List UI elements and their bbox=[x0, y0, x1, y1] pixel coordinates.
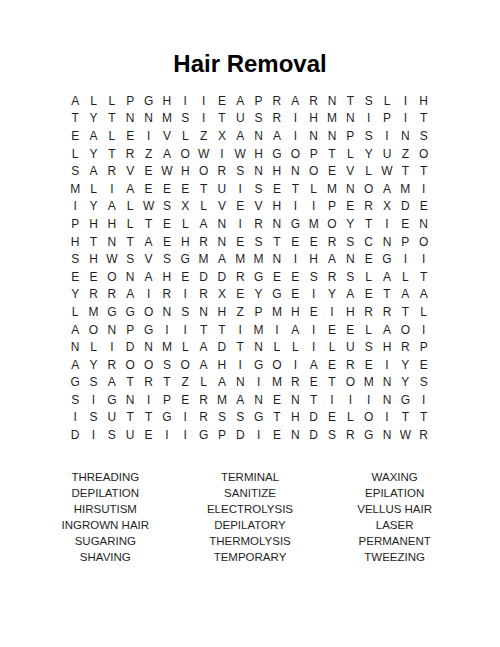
grid-cell-r13c3[interactable]: G bbox=[103, 303, 121, 321]
grid-cell-r16c11[interactable]: G bbox=[249, 356, 267, 374]
grid-cell-r12c20[interactable]: A bbox=[415, 286, 433, 304]
grid-cell-r20c3[interactable]: S bbox=[103, 426, 121, 444]
grid-cell-r10c8[interactable]: M bbox=[194, 250, 212, 268]
grid-cell-r3c17[interactable]: S bbox=[360, 127, 378, 145]
grid-cell-r5c17[interactable]: L bbox=[360, 162, 378, 180]
grid-cell-r18c15[interactable]: I bbox=[323, 391, 341, 409]
grid-cell-r16c6[interactable]: S bbox=[158, 356, 176, 374]
grid-cell-r14c10[interactable]: I bbox=[231, 321, 249, 339]
grid-cell-r12c17[interactable]: E bbox=[360, 286, 378, 304]
grid-cell-r20c10[interactable]: D bbox=[231, 426, 249, 444]
grid-cell-r5c8[interactable]: O bbox=[194, 162, 212, 180]
grid-cell-r19c1[interactable]: I bbox=[66, 409, 84, 427]
grid-cell-r6c4[interactable]: A bbox=[121, 180, 139, 198]
grid-cell-r4c19[interactable]: Z bbox=[396, 145, 414, 163]
grid-cell-r2c17[interactable]: I bbox=[360, 110, 378, 128]
grid-cell-r10c13[interactable]: I bbox=[286, 250, 304, 268]
grid-cell-r4c10[interactable]: W bbox=[231, 145, 249, 163]
grid-cell-r14c13[interactable]: A bbox=[286, 321, 304, 339]
grid-cell-r3c14[interactable]: N bbox=[304, 127, 322, 145]
grid-cell-r20c18[interactable]: N bbox=[378, 426, 396, 444]
grid-cell-r9c12[interactable]: T bbox=[268, 233, 286, 251]
grid-cell-r17c4[interactable]: T bbox=[121, 374, 139, 392]
grid-cell-r7c20[interactable]: E bbox=[415, 198, 433, 216]
grid-cell-r8c18[interactable]: I bbox=[378, 215, 396, 233]
grid-cell-r3c4[interactable]: E bbox=[121, 127, 139, 145]
grid-cell-r1c9[interactable]: E bbox=[213, 92, 231, 110]
grid-cell-r2c13[interactable]: I bbox=[286, 110, 304, 128]
grid-cell-r17c6[interactable]: T bbox=[158, 374, 176, 392]
grid-cell-r17c20[interactable]: S bbox=[415, 374, 433, 392]
grid-cell-r7c13[interactable]: I bbox=[286, 198, 304, 216]
grid-cell-r4c12[interactable]: G bbox=[268, 145, 286, 163]
grid-cell-r19c17[interactable]: O bbox=[360, 409, 378, 427]
grid-cell-r10c20[interactable]: I bbox=[415, 250, 433, 268]
grid-cell-r13c17[interactable]: R bbox=[360, 303, 378, 321]
grid-cell-r18c4[interactable]: N bbox=[121, 391, 139, 409]
grid-cell-r9c15[interactable]: R bbox=[323, 233, 341, 251]
grid-cell-r18c7[interactable]: E bbox=[176, 391, 194, 409]
grid-cell-r3c19[interactable]: N bbox=[396, 127, 414, 145]
grid-cell-r8c7[interactable]: L bbox=[176, 215, 194, 233]
grid-cell-r17c7[interactable]: Z bbox=[176, 374, 194, 392]
grid-cell-r4c1[interactable]: L bbox=[66, 145, 84, 163]
grid-cell-r5c4[interactable]: V bbox=[121, 162, 139, 180]
grid-cell-r6c9[interactable]: U bbox=[213, 180, 231, 198]
grid-cell-r7c17[interactable]: R bbox=[360, 198, 378, 216]
grid-cell-r15c12[interactable]: L bbox=[268, 338, 286, 356]
grid-cell-r6c19[interactable]: M bbox=[396, 180, 414, 198]
grid-cell-r17c2[interactable]: S bbox=[84, 374, 102, 392]
grid-cell-r5c2[interactable]: A bbox=[84, 162, 102, 180]
grid-cell-r14c7[interactable]: I bbox=[176, 321, 194, 339]
grid-cell-r18c10[interactable]: A bbox=[231, 391, 249, 409]
grid-cell-r8c2[interactable]: H bbox=[84, 215, 102, 233]
grid-cell-r9c17[interactable]: C bbox=[360, 233, 378, 251]
grid-cell-r7c16[interactable]: E bbox=[341, 198, 359, 216]
grid-cell-r2c11[interactable]: S bbox=[249, 110, 267, 128]
grid-cell-r8c15[interactable]: O bbox=[323, 215, 341, 233]
grid-cell-r17c18[interactable]: N bbox=[378, 374, 396, 392]
grid-cell-r2c18[interactable]: P bbox=[378, 110, 396, 128]
grid-cell-r2c5[interactable]: N bbox=[139, 110, 157, 128]
grid-cell-r2c3[interactable]: T bbox=[103, 110, 121, 128]
grid-cell-r20c9[interactable]: P bbox=[213, 426, 231, 444]
grid-cell-r15c11[interactable]: N bbox=[249, 338, 267, 356]
grid-cell-r16c17[interactable]: E bbox=[360, 356, 378, 374]
grid-cell-r7c12[interactable]: H bbox=[268, 198, 286, 216]
grid-cell-r8c20[interactable]: N bbox=[415, 215, 433, 233]
grid-cell-r10c16[interactable]: N bbox=[341, 250, 359, 268]
grid-cell-r1c5[interactable]: G bbox=[139, 92, 157, 110]
grid-cell-r6c20[interactable]: I bbox=[415, 180, 433, 198]
grid-cell-r15c5[interactable]: N bbox=[139, 338, 157, 356]
grid-cell-r14c11[interactable]: M bbox=[249, 321, 267, 339]
grid-cell-r9c3[interactable]: N bbox=[103, 233, 121, 251]
grid-cell-r4c11[interactable]: H bbox=[249, 145, 267, 163]
grid-cell-r15c10[interactable]: T bbox=[231, 338, 249, 356]
grid-cell-r5c18[interactable]: W bbox=[378, 162, 396, 180]
grid-cell-r3c18[interactable]: I bbox=[378, 127, 396, 145]
grid-cell-r9c19[interactable]: P bbox=[396, 233, 414, 251]
grid-cell-r1c14[interactable]: R bbox=[304, 92, 322, 110]
grid-cell-r17c19[interactable]: Y bbox=[396, 374, 414, 392]
grid-cell-r9c8[interactable]: R bbox=[194, 233, 212, 251]
grid-cell-r4c13[interactable]: O bbox=[286, 145, 304, 163]
grid-cell-r17c12[interactable]: M bbox=[268, 374, 286, 392]
grid-cell-r1c11[interactable]: P bbox=[249, 92, 267, 110]
grid-cell-r17c1[interactable]: G bbox=[66, 374, 84, 392]
grid-cell-r6c2[interactable]: L bbox=[84, 180, 102, 198]
grid-cell-r9c6[interactable]: E bbox=[158, 233, 176, 251]
grid-cell-r10c17[interactable]: E bbox=[360, 250, 378, 268]
grid-cell-r6c14[interactable]: L bbox=[304, 180, 322, 198]
grid-cell-r18c2[interactable]: I bbox=[84, 391, 102, 409]
grid-cell-r10c15[interactable]: A bbox=[323, 250, 341, 268]
grid-cell-r3c15[interactable]: N bbox=[323, 127, 341, 145]
grid-cell-r7c10[interactable]: E bbox=[231, 198, 249, 216]
grid-cell-r13c11[interactable]: P bbox=[249, 303, 267, 321]
grid-cell-r11c1[interactable]: E bbox=[66, 268, 84, 286]
grid-cell-r14c19[interactable]: O bbox=[396, 321, 414, 339]
grid-cell-r14c4[interactable]: P bbox=[121, 321, 139, 339]
grid-cell-r6c12[interactable]: E bbox=[268, 180, 286, 198]
grid-cell-r18c3[interactable]: G bbox=[103, 391, 121, 409]
grid-cell-r8c9[interactable]: N bbox=[213, 215, 231, 233]
grid-cell-r18c13[interactable]: N bbox=[286, 391, 304, 409]
grid-cell-r16c14[interactable]: A bbox=[304, 356, 322, 374]
grid-cell-r14c20[interactable]: I bbox=[415, 321, 433, 339]
grid-cell-r11c14[interactable]: S bbox=[304, 268, 322, 286]
grid-cell-r10c11[interactable]: M bbox=[249, 250, 267, 268]
grid-cell-r10c19[interactable]: I bbox=[396, 250, 414, 268]
grid-cell-r19c20[interactable]: T bbox=[415, 409, 433, 427]
grid-cell-r15c14[interactable]: I bbox=[304, 338, 322, 356]
grid-cell-r8c14[interactable]: M bbox=[304, 215, 322, 233]
grid-cell-r11c12[interactable]: E bbox=[268, 268, 286, 286]
grid-cell-r4c7[interactable]: O bbox=[176, 145, 194, 163]
grid-cell-r1c12[interactable]: R bbox=[268, 92, 286, 110]
grid-cell-r2c15[interactable]: M bbox=[323, 110, 341, 128]
grid-cell-r2c6[interactable]: M bbox=[158, 110, 176, 128]
grid-cell-r11c15[interactable]: R bbox=[323, 268, 341, 286]
grid-cell-r9c1[interactable]: H bbox=[66, 233, 84, 251]
grid-cell-r18c18[interactable]: N bbox=[378, 391, 396, 409]
grid-cell-r12c16[interactable]: A bbox=[341, 286, 359, 304]
grid-cell-r8c16[interactable]: Y bbox=[341, 215, 359, 233]
grid-cell-r17c17[interactable]: M bbox=[360, 374, 378, 392]
grid-cell-r7c7[interactable]: X bbox=[176, 198, 194, 216]
grid-cell-r18c14[interactable]: T bbox=[304, 391, 322, 409]
grid-cell-r20c5[interactable]: E bbox=[139, 426, 157, 444]
grid-cell-r6c16[interactable]: N bbox=[341, 180, 359, 198]
grid-cell-r16c2[interactable]: Y bbox=[84, 356, 102, 374]
grid-cell-r8c1[interactable]: P bbox=[66, 215, 84, 233]
grid-cell-r8c17[interactable]: T bbox=[360, 215, 378, 233]
grid-cell-r20c6[interactable]: I bbox=[158, 426, 176, 444]
grid-cell-r19c18[interactable]: I bbox=[378, 409, 396, 427]
grid-cell-r14c8[interactable]: T bbox=[194, 321, 212, 339]
grid-cell-r3c1[interactable]: E bbox=[66, 127, 84, 145]
grid-cell-r19c6[interactable]: G bbox=[158, 409, 176, 427]
grid-cell-r20c14[interactable]: D bbox=[304, 426, 322, 444]
grid-cell-r16c4[interactable]: O bbox=[121, 356, 139, 374]
grid-cell-r15c2[interactable]: L bbox=[84, 338, 102, 356]
grid-cell-r7c9[interactable]: V bbox=[213, 198, 231, 216]
grid-cell-r2c8[interactable]: I bbox=[194, 110, 212, 128]
grid-cell-r16c20[interactable]: E bbox=[415, 356, 433, 374]
grid-cell-r10c1[interactable]: S bbox=[66, 250, 84, 268]
grid-cell-r5c10[interactable]: S bbox=[231, 162, 249, 180]
grid-cell-r4c18[interactable]: U bbox=[378, 145, 396, 163]
grid-cell-r4c15[interactable]: T bbox=[323, 145, 341, 163]
grid-cell-r1c10[interactable]: A bbox=[231, 92, 249, 110]
grid-cell-r5c12[interactable]: H bbox=[268, 162, 286, 180]
grid-cell-r11c13[interactable]: E bbox=[286, 268, 304, 286]
grid-cell-r20c15[interactable]: S bbox=[323, 426, 341, 444]
grid-cell-r8c10[interactable]: I bbox=[231, 215, 249, 233]
grid-cell-r3c16[interactable]: P bbox=[341, 127, 359, 145]
grid-cell-r19c19[interactable]: T bbox=[396, 409, 414, 427]
grid-cell-r7c1[interactable]: I bbox=[66, 198, 84, 216]
grid-cell-r14c5[interactable]: G bbox=[139, 321, 157, 339]
grid-cell-r5c13[interactable]: N bbox=[286, 162, 304, 180]
grid-cell-r11c6[interactable]: H bbox=[158, 268, 176, 286]
grid-cell-r3c5[interactable]: I bbox=[139, 127, 157, 145]
grid-cell-r10c4[interactable]: S bbox=[121, 250, 139, 268]
grid-cell-r17c5[interactable]: R bbox=[139, 374, 157, 392]
grid-cell-r2c14[interactable]: H bbox=[304, 110, 322, 128]
grid-cell-r16c1[interactable]: A bbox=[66, 356, 84, 374]
grid-cell-r2c20[interactable]: T bbox=[415, 110, 433, 128]
grid-cell-r14c2[interactable]: O bbox=[84, 321, 102, 339]
grid-cell-r13c16[interactable]: H bbox=[341, 303, 359, 321]
grid-cell-r12c6[interactable]: R bbox=[158, 286, 176, 304]
grid-cell-r15c8[interactable]: A bbox=[194, 338, 212, 356]
grid-cell-r12c9[interactable]: X bbox=[213, 286, 231, 304]
grid-cell-r1c7[interactable]: I bbox=[176, 92, 194, 110]
grid-cell-r14c1[interactable]: A bbox=[66, 321, 84, 339]
grid-cell-r17c11[interactable]: I bbox=[249, 374, 267, 392]
grid-cell-r13c12[interactable]: M bbox=[268, 303, 286, 321]
grid-cell-r13c4[interactable]: G bbox=[121, 303, 139, 321]
grid-cell-r16c18[interactable]: I bbox=[378, 356, 396, 374]
grid-cell-r13c1[interactable]: L bbox=[66, 303, 84, 321]
grid-cell-r20c16[interactable]: R bbox=[341, 426, 359, 444]
grid-cell-r11c4[interactable]: N bbox=[121, 268, 139, 286]
grid-cell-r13c14[interactable]: E bbox=[304, 303, 322, 321]
grid-cell-r20c12[interactable]: E bbox=[268, 426, 286, 444]
grid-cell-r18c9[interactable]: M bbox=[213, 391, 231, 409]
grid-cell-r16c10[interactable]: I bbox=[231, 356, 249, 374]
grid-cell-r14c3[interactable]: N bbox=[103, 321, 121, 339]
grid-cell-r8c4[interactable]: L bbox=[121, 215, 139, 233]
grid-cell-r20c13[interactable]: N bbox=[286, 426, 304, 444]
grid-cell-r6c3[interactable]: I bbox=[103, 180, 121, 198]
grid-cell-r11c9[interactable]: D bbox=[213, 268, 231, 286]
grid-cell-r15c17[interactable]: S bbox=[360, 338, 378, 356]
grid-cell-r13c18[interactable]: R bbox=[378, 303, 396, 321]
grid-cell-r18c19[interactable]: G bbox=[396, 391, 414, 409]
grid-cell-r10c14[interactable]: H bbox=[304, 250, 322, 268]
grid-cell-r16c12[interactable]: O bbox=[268, 356, 286, 374]
grid-cell-r19c12[interactable]: T bbox=[268, 409, 286, 427]
grid-cell-r12c18[interactable]: T bbox=[378, 286, 396, 304]
grid-cell-r16c19[interactable]: Y bbox=[396, 356, 414, 374]
grid-cell-r14c9[interactable]: T bbox=[213, 321, 231, 339]
grid-cell-r17c10[interactable]: N bbox=[231, 374, 249, 392]
grid-cell-r11c20[interactable]: T bbox=[415, 268, 433, 286]
grid-cell-r8c8[interactable]: A bbox=[194, 215, 212, 233]
grid-cell-r4c4[interactable]: R bbox=[121, 145, 139, 163]
grid-cell-r14c14[interactable]: I bbox=[304, 321, 322, 339]
grid-cell-r19c16[interactable]: L bbox=[341, 409, 359, 427]
grid-cell-r4c8[interactable]: W bbox=[194, 145, 212, 163]
grid-cell-r17c16[interactable]: O bbox=[341, 374, 359, 392]
grid-cell-r3c3[interactable]: L bbox=[103, 127, 121, 145]
grid-cell-r19c5[interactable]: T bbox=[139, 409, 157, 427]
grid-cell-r18c12[interactable]: E bbox=[268, 391, 286, 409]
grid-cell-r20c11[interactable]: I bbox=[249, 426, 267, 444]
grid-cell-r15c9[interactable]: D bbox=[213, 338, 231, 356]
grid-cell-r14c6[interactable]: I bbox=[158, 321, 176, 339]
grid-cell-r9c16[interactable]: S bbox=[341, 233, 359, 251]
grid-cell-r11c16[interactable]: S bbox=[341, 268, 359, 286]
grid-cell-r1c1[interactable]: A bbox=[66, 92, 84, 110]
grid-cell-r5c20[interactable]: T bbox=[415, 162, 433, 180]
grid-cell-r15c3[interactable]: I bbox=[103, 338, 121, 356]
grid-cell-r11c18[interactable]: A bbox=[378, 268, 396, 286]
grid-cell-r15c18[interactable]: H bbox=[378, 338, 396, 356]
grid-cell-r11c5[interactable]: A bbox=[139, 268, 157, 286]
grid-cell-r12c14[interactable]: I bbox=[304, 286, 322, 304]
grid-cell-r19c14[interactable]: D bbox=[304, 409, 322, 427]
grid-cell-r12c12[interactable]: G bbox=[268, 286, 286, 304]
grid-cell-r20c17[interactable]: G bbox=[360, 426, 378, 444]
grid-cell-r1c8[interactable]: I bbox=[194, 92, 212, 110]
grid-cell-r10c18[interactable]: G bbox=[378, 250, 396, 268]
grid-cell-r14c18[interactable]: A bbox=[378, 321, 396, 339]
grid-cell-r2c7[interactable]: S bbox=[176, 110, 194, 128]
grid-cell-r13c7[interactable]: S bbox=[176, 303, 194, 321]
grid-cell-r18c16[interactable]: I bbox=[341, 391, 359, 409]
grid-cell-r2c4[interactable]: N bbox=[121, 110, 139, 128]
grid-cell-r19c13[interactable]: H bbox=[286, 409, 304, 427]
grid-cell-r1c19[interactable]: I bbox=[396, 92, 414, 110]
grid-cell-r7c5[interactable]: W bbox=[139, 198, 157, 216]
grid-cell-r13c19[interactable]: T bbox=[396, 303, 414, 321]
grid-cell-r6c6[interactable]: E bbox=[158, 180, 176, 198]
grid-cell-r11c3[interactable]: O bbox=[103, 268, 121, 286]
grid-cell-r16c8[interactable]: A bbox=[194, 356, 212, 374]
grid-cell-r17c3[interactable]: A bbox=[103, 374, 121, 392]
grid-cell-r2c2[interactable]: Y bbox=[84, 110, 102, 128]
grid-cell-r19c15[interactable]: E bbox=[323, 409, 341, 427]
grid-cell-r12c7[interactable]: I bbox=[176, 286, 194, 304]
grid-cell-r5c16[interactable]: V bbox=[341, 162, 359, 180]
grid-cell-r16c5[interactable]: O bbox=[139, 356, 157, 374]
grid-cell-r15c1[interactable]: N bbox=[66, 338, 84, 356]
grid-cell-r7c14[interactable]: I bbox=[304, 198, 322, 216]
grid-cell-r6c15[interactable]: M bbox=[323, 180, 341, 198]
grid-cell-r7c3[interactable]: A bbox=[103, 198, 121, 216]
grid-cell-r8c13[interactable]: G bbox=[286, 215, 304, 233]
grid-cell-r12c1[interactable]: Y bbox=[66, 286, 84, 304]
grid-cell-r19c8[interactable]: R bbox=[194, 409, 212, 427]
grid-cell-r1c17[interactable]: S bbox=[360, 92, 378, 110]
grid-cell-r10c9[interactable]: A bbox=[213, 250, 231, 268]
grid-cell-r13c8[interactable]: N bbox=[194, 303, 212, 321]
grid-cell-r12c19[interactable]: A bbox=[396, 286, 414, 304]
grid-cell-r4c17[interactable]: Y bbox=[360, 145, 378, 163]
grid-cell-r17c9[interactable]: A bbox=[213, 374, 231, 392]
grid-cell-r3c11[interactable]: N bbox=[249, 127, 267, 145]
grid-cell-r3c12[interactable]: A bbox=[268, 127, 286, 145]
grid-cell-r13c2[interactable]: M bbox=[84, 303, 102, 321]
grid-cell-r9c18[interactable]: N bbox=[378, 233, 396, 251]
grid-cell-r6c11[interactable]: S bbox=[249, 180, 267, 198]
grid-cell-r5c3[interactable]: R bbox=[103, 162, 121, 180]
grid-cell-r10c7[interactable]: G bbox=[176, 250, 194, 268]
grid-cell-r11c17[interactable]: L bbox=[360, 268, 378, 286]
grid-cell-r12c2[interactable]: R bbox=[84, 286, 102, 304]
grid-cell-r8c6[interactable]: E bbox=[158, 215, 176, 233]
grid-cell-r1c15[interactable]: N bbox=[323, 92, 341, 110]
grid-cell-r11c11[interactable]: G bbox=[249, 268, 267, 286]
grid-cell-r5c7[interactable]: H bbox=[176, 162, 194, 180]
grid-cell-r15c6[interactable]: M bbox=[158, 338, 176, 356]
grid-cell-r18c6[interactable]: P bbox=[158, 391, 176, 409]
grid-cell-r13c10[interactable]: Z bbox=[231, 303, 249, 321]
grid-cell-r9c11[interactable]: S bbox=[249, 233, 267, 251]
grid-cell-r18c17[interactable]: I bbox=[360, 391, 378, 409]
grid-cell-r5c15[interactable]: E bbox=[323, 162, 341, 180]
grid-cell-r11c7[interactable]: E bbox=[176, 268, 194, 286]
grid-cell-r12c5[interactable]: I bbox=[139, 286, 157, 304]
grid-cell-r12c15[interactable]: Y bbox=[323, 286, 341, 304]
grid-cell-r2c16[interactable]: N bbox=[341, 110, 359, 128]
grid-cell-r6c8[interactable]: T bbox=[194, 180, 212, 198]
grid-cell-r17c13[interactable]: R bbox=[286, 374, 304, 392]
grid-cell-r12c13[interactable]: E bbox=[286, 286, 304, 304]
grid-cell-r5c9[interactable]: R bbox=[213, 162, 231, 180]
grid-cell-r5c11[interactable]: N bbox=[249, 162, 267, 180]
grid-cell-r10c6[interactable]: S bbox=[158, 250, 176, 268]
grid-cell-r18c11[interactable]: N bbox=[249, 391, 267, 409]
grid-cell-r4c5[interactable]: Z bbox=[139, 145, 157, 163]
grid-cell-r7c15[interactable]: P bbox=[323, 198, 341, 216]
grid-cell-r4c16[interactable]: L bbox=[341, 145, 359, 163]
grid-cell-r6c17[interactable]: O bbox=[360, 180, 378, 198]
grid-cell-r3c8[interactable]: Z bbox=[194, 127, 212, 145]
grid-cell-r10c2[interactable]: H bbox=[84, 250, 102, 268]
grid-cell-r6c13[interactable]: T bbox=[286, 180, 304, 198]
grid-cell-r10c3[interactable]: W bbox=[103, 250, 121, 268]
grid-cell-r7c18[interactable]: X bbox=[378, 198, 396, 216]
grid-cell-r19c3[interactable]: U bbox=[103, 409, 121, 427]
grid-cell-r9c14[interactable]: E bbox=[304, 233, 322, 251]
grid-cell-r12c4[interactable]: A bbox=[121, 286, 139, 304]
grid-cell-r15c19[interactable]: R bbox=[396, 338, 414, 356]
grid-cell-r3c13[interactable]: I bbox=[286, 127, 304, 145]
grid-cell-r1c6[interactable]: H bbox=[158, 92, 176, 110]
grid-cell-r9c10[interactable]: E bbox=[231, 233, 249, 251]
grid-cell-r2c10[interactable]: U bbox=[231, 110, 249, 128]
grid-cell-r15c16[interactable]: U bbox=[341, 338, 359, 356]
grid-cell-r17c8[interactable]: L bbox=[194, 374, 212, 392]
grid-cell-r13c6[interactable]: N bbox=[158, 303, 176, 321]
grid-cell-r8c11[interactable]: R bbox=[249, 215, 267, 233]
